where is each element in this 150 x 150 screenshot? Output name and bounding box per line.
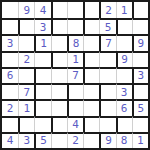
cell-r7c1[interactable]: 2 [2, 99, 18, 115]
cell-r9c2[interactable]: 3 [18, 132, 34, 148]
cell-r2c3[interactable]: 3 [34, 18, 50, 34]
cell-r1c3[interactable]: 4 [34, 2, 50, 18]
cell-r3c3[interactable]: 1 [34, 34, 50, 50]
cell-r3c7[interactable]: 7 [99, 34, 115, 50]
cell-r3c2[interactable] [18, 34, 34, 50]
cell-r2c7[interactable]: 5 [99, 18, 115, 34]
cell-r4c4[interactable] [51, 51, 67, 67]
cell-r6c6[interactable] [83, 83, 99, 99]
sudoku-grid: 9421353187921967373216544352981 [0, 0, 150, 150]
cell-r5c8[interactable] [116, 67, 132, 83]
cell-r4c1[interactable] [2, 51, 18, 67]
cell-r3c8[interactable] [116, 34, 132, 50]
cell-r7c4[interactable] [51, 99, 67, 115]
cell-r9c7[interactable]: 9 [99, 132, 115, 148]
cell-r1c2[interactable]: 9 [18, 2, 34, 18]
cell-r5c6[interactable] [83, 67, 99, 83]
cell-r4c2[interactable]: 2 [18, 51, 34, 67]
cell-r5c2[interactable] [18, 67, 34, 83]
cell-r5c1[interactable]: 6 [2, 67, 18, 83]
cell-r6c1[interactable] [2, 83, 18, 99]
cell-r9c8[interactable]: 8 [116, 132, 132, 148]
cell-r2c8[interactable] [116, 18, 132, 34]
cell-r8c8[interactable] [116, 116, 132, 132]
cell-r2c6[interactable] [83, 18, 99, 34]
cell-r7c6[interactable] [83, 99, 99, 115]
cell-r4c7[interactable] [99, 51, 115, 67]
cell-r1c4[interactable] [51, 2, 67, 18]
cell-r8c2[interactable] [18, 116, 34, 132]
cell-r7c8[interactable]: 6 [116, 99, 132, 115]
cell-r2c2[interactable] [18, 18, 34, 34]
cell-r3c9[interactable]: 9 [132, 34, 148, 50]
cell-r1c7[interactable]: 2 [99, 2, 115, 18]
cell-r5c4[interactable] [51, 67, 67, 83]
cell-r7c3[interactable] [34, 99, 50, 115]
cell-r8c6[interactable] [83, 116, 99, 132]
cell-r9c9[interactable]: 1 [132, 132, 148, 148]
cell-r2c1[interactable] [2, 18, 18, 34]
cell-r3c6[interactable] [83, 34, 99, 50]
cell-r5c9[interactable]: 3 [132, 67, 148, 83]
cell-r5c7[interactable] [99, 67, 115, 83]
cell-r6c4[interactable] [51, 83, 67, 99]
cell-r6c2[interactable]: 7 [18, 83, 34, 99]
cell-r8c1[interactable] [2, 116, 18, 132]
cell-r6c7[interactable] [99, 83, 115, 99]
cell-r8c9[interactable] [132, 116, 148, 132]
cell-r4c3[interactable] [34, 51, 50, 67]
cell-r9c3[interactable]: 5 [34, 132, 50, 148]
cell-r4c6[interactable] [83, 51, 99, 67]
cell-r7c9[interactable]: 5 [132, 99, 148, 115]
cell-r1c9[interactable] [132, 2, 148, 18]
cell-r1c1[interactable] [2, 2, 18, 18]
cell-r8c4[interactable] [51, 116, 67, 132]
cell-r4c8[interactable]: 9 [116, 51, 132, 67]
cell-r6c9[interactable] [132, 83, 148, 99]
cell-r1c5[interactable] [67, 2, 83, 18]
cell-r5c5[interactable]: 7 [67, 67, 83, 83]
cell-r1c8[interactable]: 1 [116, 2, 132, 18]
cell-r9c6[interactable] [83, 132, 99, 148]
cell-r3c1[interactable]: 3 [2, 34, 18, 50]
cell-r9c5[interactable]: 2 [67, 132, 83, 148]
cell-r8c3[interactable] [34, 116, 50, 132]
cell-r8c7[interactable] [99, 116, 115, 132]
cell-r6c8[interactable]: 3 [116, 83, 132, 99]
cell-r4c5[interactable]: 1 [67, 51, 83, 67]
cell-r7c2[interactable]: 1 [18, 99, 34, 115]
cell-r7c5[interactable] [67, 99, 83, 115]
cell-r9c4[interactable] [51, 132, 67, 148]
cell-r6c5[interactable] [67, 83, 83, 99]
cell-r4c9[interactable] [132, 51, 148, 67]
cell-r2c9[interactable] [132, 18, 148, 34]
cell-r2c5[interactable] [67, 18, 83, 34]
cell-r9c1[interactable]: 4 [2, 132, 18, 148]
cell-r6c3[interactable] [34, 83, 50, 99]
cell-r1c6[interactable] [83, 2, 99, 18]
cell-r3c4[interactable] [51, 34, 67, 50]
cell-r2c4[interactable] [51, 18, 67, 34]
cell-r3c5[interactable]: 8 [67, 34, 83, 50]
cell-r7c7[interactable] [99, 99, 115, 115]
cell-r8c5[interactable]: 4 [67, 116, 83, 132]
cell-r5c3[interactable] [34, 67, 50, 83]
